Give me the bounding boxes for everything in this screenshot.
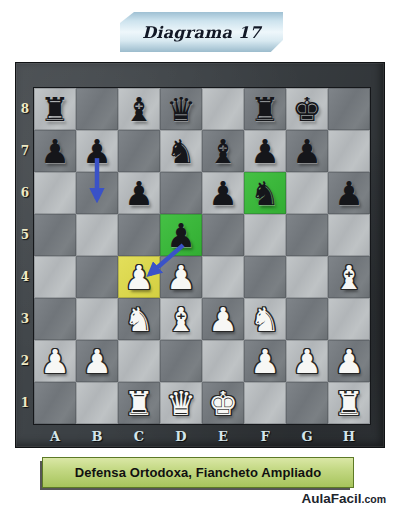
black-bishop-e7: ♝ <box>202 130 244 172</box>
square-g7: ♟ <box>286 130 328 172</box>
square-c6: ♟ <box>118 172 160 214</box>
square-h5 <box>328 214 370 256</box>
page-title: Diagrama 17 <box>142 23 261 42</box>
square-b7: ♟ <box>76 130 118 172</box>
square-d3: ♝ <box>160 298 202 340</box>
square-c8: ♝ <box>118 88 160 130</box>
square-b8 <box>76 88 118 130</box>
white-pawn-b2: ♟ <box>76 340 118 382</box>
rank-label-2: 2 <box>16 340 34 382</box>
black-king-g8: ♚ <box>286 88 328 130</box>
square-f2: ♟ <box>244 340 286 382</box>
file-label-b: B <box>76 424 118 449</box>
site-logo-suffix: .com <box>361 493 386 505</box>
rank-label-4: 4 <box>16 256 34 298</box>
square-b6 <box>76 172 118 214</box>
square-d4: ♟ <box>160 256 202 298</box>
square-f1 <box>244 382 286 424</box>
diagram-title-banner: Diagrama 17 <box>120 12 283 52</box>
square-a7: ♟ <box>34 130 76 172</box>
white-pawn-g2: ♟ <box>286 340 328 382</box>
square-g1 <box>286 382 328 424</box>
square-b5 <box>76 214 118 256</box>
black-pawn-f7: ♟ <box>244 130 286 172</box>
white-knight-c3: ♞ <box>118 298 160 340</box>
square-d2 <box>160 340 202 382</box>
black-pawn-b7: ♟ <box>76 130 118 172</box>
square-e2 <box>202 340 244 382</box>
square-a2: ♟ <box>34 340 76 382</box>
square-e8 <box>202 88 244 130</box>
white-pawn-h2: ♟ <box>328 340 370 382</box>
square-e7: ♝ <box>202 130 244 172</box>
black-queen-d8: ♛ <box>160 88 202 130</box>
square-d1: ♛ <box>160 382 202 424</box>
square-f4 <box>244 256 286 298</box>
rank-label-7: 7 <box>16 130 34 172</box>
square-a1 <box>34 382 76 424</box>
black-rook-a8: ♜ <box>34 88 76 130</box>
black-pawn-g7: ♟ <box>286 130 328 172</box>
square-f7: ♟ <box>244 130 286 172</box>
site-logo-name: AulaFacil <box>301 491 361 506</box>
chess-board: 87654321 ♜♝♛♜♚♟♟♞♝♟♟♟♟♞♟♟♟♟♝♞♝♟♞♟♟♟♟♟♜♛♚… <box>15 62 385 448</box>
white-king-e1: ♚ <box>202 382 244 424</box>
square-e6: ♟ <box>202 172 244 214</box>
square-d5: ♟ <box>160 214 202 256</box>
rank-label-5: 5 <box>16 214 34 256</box>
white-pawn-a2: ♟ <box>34 340 76 382</box>
square-e5 <box>202 214 244 256</box>
white-knight-f3: ♞ <box>244 298 286 340</box>
rank-label-3: 3 <box>16 298 34 340</box>
square-c1: ♜ <box>118 382 160 424</box>
square-b2: ♟ <box>76 340 118 382</box>
white-bishop-h4: ♝ <box>328 256 370 298</box>
square-a4 <box>34 256 76 298</box>
black-pawn-d5: ♟ <box>160 214 202 256</box>
black-bishop-c8: ♝ <box>118 88 160 130</box>
square-e3: ♟ <box>202 298 244 340</box>
square-b3 <box>76 298 118 340</box>
square-h4: ♝ <box>328 256 370 298</box>
opening-name-caption: Defensa Ortodoxa, Fiancheto Ampliado <box>42 457 354 488</box>
square-b4 <box>76 256 118 298</box>
square-g2: ♟ <box>286 340 328 382</box>
rank-label-6: 6 <box>16 172 34 214</box>
square-c2 <box>118 340 160 382</box>
file-label-g: G <box>286 424 328 449</box>
square-f8: ♜ <box>244 88 286 130</box>
square-b1 <box>76 382 118 424</box>
board-grid: ♜♝♛♜♚♟♟♞♝♟♟♟♟♞♟♟♟♟♝♞♝♟♞♟♟♟♟♟♜♛♚♜ <box>34 88 370 424</box>
square-h6: ♟ <box>328 172 370 214</box>
black-rook-f8: ♜ <box>244 88 286 130</box>
file-label-d: D <box>160 424 202 449</box>
lesson-diagram: Diagrama 17 87654321 ♜♝♛♜♚♟♟♞♝♟♟♟♟♞♟♟♟♟♝… <box>0 0 395 508</box>
square-d8: ♛ <box>160 88 202 130</box>
white-bishop-d3: ♝ <box>160 298 202 340</box>
site-logo: AulaFacil.com <box>301 489 386 507</box>
white-queen-d1: ♛ <box>160 382 202 424</box>
file-label-a: A <box>34 424 76 449</box>
rank-labels: 87654321 <box>16 88 34 424</box>
file-label-c: C <box>118 424 160 449</box>
square-f3: ♞ <box>244 298 286 340</box>
square-d6 <box>160 172 202 214</box>
square-h8 <box>328 88 370 130</box>
white-rook-h1: ♜ <box>328 382 370 424</box>
square-g4 <box>286 256 328 298</box>
square-c3: ♞ <box>118 298 160 340</box>
rank-label-1: 1 <box>16 382 34 424</box>
white-pawn-d4: ♟ <box>160 256 202 298</box>
black-pawn-c6: ♟ <box>118 172 160 214</box>
file-labels: ABCDEFGH <box>34 424 370 449</box>
file-label-e: E <box>202 424 244 449</box>
square-h2: ♟ <box>328 340 370 382</box>
white-rook-c1: ♜ <box>118 382 160 424</box>
square-f6: ♞ <box>244 172 286 214</box>
square-h3 <box>328 298 370 340</box>
square-g6 <box>286 172 328 214</box>
square-f5 <box>244 214 286 256</box>
black-pawn-h6: ♟ <box>328 172 370 214</box>
square-h1: ♜ <box>328 382 370 424</box>
square-c5 <box>118 214 160 256</box>
white-pawn-c4: ♟ <box>118 256 160 298</box>
square-a8: ♜ <box>34 88 76 130</box>
file-label-f: F <box>244 424 286 449</box>
square-a5 <box>34 214 76 256</box>
white-pawn-f2: ♟ <box>244 340 286 382</box>
black-pawn-a7: ♟ <box>34 130 76 172</box>
square-g5 <box>286 214 328 256</box>
rank-label-8: 8 <box>16 88 34 130</box>
white-pawn-e3: ♟ <box>202 298 244 340</box>
black-knight-d7: ♞ <box>160 130 202 172</box>
square-h7 <box>328 130 370 172</box>
square-a6 <box>34 172 76 214</box>
opening-name-label: Defensa Ortodoxa, Fiancheto Ampliado <box>75 465 322 480</box>
square-g8: ♚ <box>286 88 328 130</box>
file-label-h: H <box>328 424 370 449</box>
square-c7 <box>118 130 160 172</box>
square-a3 <box>34 298 76 340</box>
square-e1: ♚ <box>202 382 244 424</box>
square-d7: ♞ <box>160 130 202 172</box>
square-g3 <box>286 298 328 340</box>
black-pawn-e6: ♟ <box>202 172 244 214</box>
square-e4 <box>202 256 244 298</box>
square-c4: ♟ <box>118 256 160 298</box>
black-knight-f6: ♞ <box>244 172 286 214</box>
